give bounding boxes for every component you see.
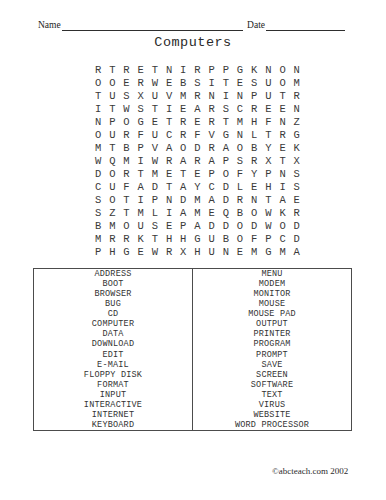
grid-cell-r9c12: Y: [247, 167, 261, 180]
grid-cell-r15c2: H: [105, 246, 119, 259]
grid-cell-r7c2: T: [105, 141, 119, 154]
grid-cell-r3c8: R: [190, 89, 204, 102]
grid-cell-r14c5: T: [148, 233, 162, 246]
word-list-item: MONITOR: [193, 289, 351, 299]
grid-cell-r10c13: H: [261, 180, 275, 193]
grid-cell-r3c11: N: [233, 89, 247, 102]
grid-cell-r13c6: E: [162, 220, 176, 233]
grid-cell-r2c6: E: [162, 76, 176, 89]
grid-cell-r14c7: H: [176, 233, 190, 246]
puzzle-title: Computers: [0, 35, 386, 50]
grid-cell-r11c2: O: [105, 193, 119, 206]
grid-cell-r10c4: A: [134, 180, 148, 193]
grid-cell-r5c6: T: [162, 115, 176, 128]
grid-cell-r3c7: M: [176, 89, 190, 102]
grid-cell-r5c12: H: [247, 115, 261, 128]
grid-cell-r6c13: T: [261, 128, 275, 141]
grid-cell-r6c15: G: [290, 128, 304, 141]
grid-cell-r12c14: K: [275, 207, 289, 220]
grid-cell-r13c1: B: [91, 220, 105, 233]
grid-cell-r12c13: W: [261, 207, 275, 220]
grid-cell-r3c14: T: [275, 89, 289, 102]
grid-cell-r12c9: E: [205, 207, 219, 220]
word-list-item: CD: [34, 309, 192, 319]
word-search-grid: RTRETNIRPPGKNONOOERWEBSITESUOMTUSXUVMRNI…: [91, 63, 304, 259]
grid-cell-r1c3: R: [119, 63, 133, 76]
grid-cell-r1c9: P: [205, 63, 219, 76]
grid-cell-r2c3: E: [119, 76, 133, 89]
grid-cell-r4c2: T: [105, 102, 119, 115]
grid-cell-r7c10: A: [219, 141, 233, 154]
word-list-item: DOWNLOAD: [34, 339, 192, 349]
grid-cell-r8c14: T: [275, 154, 289, 167]
grid-cell-r8c13: X: [261, 154, 275, 167]
grid-cell-r3c13: U: [261, 89, 275, 102]
grid-cell-r3c2: U: [105, 89, 119, 102]
grid-cell-r13c12: D: [247, 220, 261, 233]
grid-cell-r8c11: S: [233, 154, 247, 167]
grid-cell-r14c1: M: [91, 233, 105, 246]
grid-cell-r5c5: E: [148, 115, 162, 128]
grid-cell-r2c12: S: [247, 76, 261, 89]
grid-cell-r10c3: F: [119, 180, 133, 193]
grid-cell-r15c12: M: [247, 246, 261, 259]
grid-cell-r11c10: D: [219, 193, 233, 206]
grid-cell-r13c8: A: [190, 220, 204, 233]
grid-cell-r14c11: O: [233, 233, 247, 246]
grid-cell-r15c1: P: [91, 246, 105, 259]
grid-cell-r12c1: S: [91, 207, 105, 220]
word-list-right-column: MENUMODEMMONITORMOUSEMOUSE PADOUTPUTPRIN…: [193, 269, 351, 430]
grid-cell-r4c5: T: [148, 102, 162, 115]
grid-cell-r4c10: S: [219, 102, 233, 115]
grid-cell-r7c7: O: [176, 141, 190, 154]
grid-cell-r10c9: C: [205, 180, 219, 193]
grid-cell-r11c6: N: [162, 193, 176, 206]
grid-cell-r4c9: R: [205, 102, 219, 115]
word-list-item: SOFTWARE: [193, 380, 351, 390]
grid-cell-r5c13: F: [261, 115, 275, 128]
grid-cell-r14c4: K: [134, 233, 148, 246]
worksheet-page: Name Date Computers RTRETNIRPPGKNONOOERW…: [0, 0, 386, 500]
grid-cell-r12c4: M: [134, 207, 148, 220]
word-list-item: VIRUS: [193, 400, 351, 410]
grid-cell-r9c10: O: [219, 167, 233, 180]
grid-cell-r5c8: E: [190, 115, 204, 128]
grid-cell-r9c2: O: [105, 167, 119, 180]
grid-cell-r13c14: O: [275, 220, 289, 233]
grid-cell-r12c5: L: [148, 207, 162, 220]
grid-cell-r6c4: F: [134, 128, 148, 141]
grid-cell-r5c2: P: [105, 115, 119, 128]
grid-cell-r7c12: B: [247, 141, 261, 154]
grid-cell-r13c4: U: [134, 220, 148, 233]
grid-cell-r7c4: P: [134, 141, 148, 154]
grid-cell-r11c4: I: [134, 193, 148, 206]
word-list-item: INTERACTIVE: [34, 400, 192, 410]
grid-cell-r9c6: E: [162, 167, 176, 180]
grid-cell-r8c1: W: [91, 154, 105, 167]
grid-cell-r12c15: R: [290, 207, 304, 220]
grid-cell-r15c15: A: [290, 246, 304, 259]
grid-cell-r15c5: W: [148, 246, 162, 259]
grid-cell-r8c2: Q: [105, 154, 119, 167]
word-list-item: DATA: [34, 329, 192, 339]
copyright-text: ©abcteach.com 2002: [272, 466, 348, 476]
grid-cell-r2c9: I: [205, 76, 219, 89]
grid-cell-r1c8: R: [190, 63, 204, 76]
grid-cell-r6c8: F: [190, 128, 204, 141]
grid-cell-r4c7: E: [176, 102, 190, 115]
grid-cell-r15c13: G: [261, 246, 275, 259]
word-list-item: TEXT: [193, 390, 351, 400]
grid-cell-r3c10: I: [219, 89, 233, 102]
grid-cell-r1c12: K: [247, 63, 261, 76]
grid-cell-r11c13: T: [261, 193, 275, 206]
grid-cell-r6c3: R: [119, 128, 133, 141]
grid-cell-r7c13: Y: [261, 141, 275, 154]
grid-cell-r5c1: N: [91, 115, 105, 128]
grid-cell-r2c2: O: [105, 76, 119, 89]
grid-cell-r1c2: T: [105, 63, 119, 76]
grid-cell-r8c12: R: [247, 154, 261, 167]
grid-cell-r2c5: W: [148, 76, 162, 89]
word-list-item: BUG: [34, 299, 192, 309]
grid-cell-r7c9: R: [205, 141, 219, 154]
grid-cell-r8c6: R: [162, 154, 176, 167]
name-blank-line: [62, 20, 243, 31]
grid-cell-r10c14: I: [275, 180, 289, 193]
grid-cell-r3c12: P: [247, 89, 261, 102]
grid-cell-r14c9: U: [205, 233, 219, 246]
grid-cell-r4c6: I: [162, 102, 176, 115]
word-list-item: E-MAIL: [34, 360, 192, 370]
grid-cell-r6c2: U: [105, 128, 119, 141]
grid-cell-r10c7: A: [176, 180, 190, 193]
grid-cell-r5c15: Z: [290, 115, 304, 128]
grid-cell-r14c13: P: [261, 233, 275, 246]
grid-cell-r12c7: A: [176, 207, 190, 220]
grid-cell-r5c4: G: [134, 115, 148, 128]
grid-cell-r15c10: N: [219, 246, 233, 259]
word-list-item: PROGRAM: [193, 339, 351, 349]
grid-cell-r7c1: M: [91, 141, 105, 154]
word-list-left-column: ADDRESSBOOTBROWSERBUGCDCOMPUTERDATADOWNL…: [34, 269, 193, 430]
grid-cell-r13c3: O: [119, 220, 133, 233]
word-list-item: ADDRESS: [34, 269, 192, 279]
grid-cell-r12c12: O: [247, 207, 261, 220]
name-label: Name: [38, 20, 61, 31]
grid-cell-r6c10: G: [219, 128, 233, 141]
grid-cell-r13c5: S: [148, 220, 162, 233]
grid-cell-r7c14: E: [275, 141, 289, 154]
word-list-item: FLOPPY DISK: [34, 370, 192, 380]
grid-cell-r9c11: F: [233, 167, 247, 180]
grid-cell-r15c9: U: [205, 246, 219, 259]
grid-cell-r4c13: E: [261, 102, 275, 115]
grid-cell-r2c10: T: [219, 76, 233, 89]
grid-cell-r13c13: W: [261, 220, 275, 233]
grid-cell-r10c11: L: [233, 180, 247, 193]
grid-cell-r9c15: S: [290, 167, 304, 180]
grid-cell-r4c4: S: [134, 102, 148, 115]
grid-cell-r3c1: T: [91, 89, 105, 102]
grid-cell-r13c15: D: [290, 220, 304, 233]
grid-cell-r3c4: X: [134, 89, 148, 102]
grid-cell-r7c8: D: [190, 141, 204, 154]
word-list-item: INTERNET: [34, 410, 192, 420]
grid-cell-r6c5: U: [148, 128, 162, 141]
word-list-item: SCREEN: [193, 370, 351, 380]
word-list-item: BROWSER: [34, 289, 192, 299]
grid-cell-r14c15: D: [290, 233, 304, 246]
grid-cell-r11c14: A: [275, 193, 289, 206]
grid-cell-r11c1: S: [91, 193, 105, 206]
grid-cell-r12c11: B: [233, 207, 247, 220]
grid-cell-r1c15: N: [290, 63, 304, 76]
word-list-item: EDIT: [34, 350, 192, 360]
grid-cell-r9c14: N: [275, 167, 289, 180]
grid-cell-r5c9: R: [205, 115, 219, 128]
grid-cell-r2c1: O: [91, 76, 105, 89]
grid-cell-r14c8: G: [190, 233, 204, 246]
grid-cell-r11c5: P: [148, 193, 162, 206]
word-list-item: MOUSE: [193, 299, 351, 309]
word-list-item: MOUSE PAD: [193, 309, 351, 319]
grid-cell-r13c11: O: [233, 220, 247, 233]
grid-cell-r14c12: F: [247, 233, 261, 246]
grid-cell-r13c9: D: [205, 220, 219, 233]
grid-cell-r5c3: O: [119, 115, 133, 128]
grid-cell-r14c14: C: [275, 233, 289, 246]
grid-cell-r10c8: Y: [190, 180, 204, 193]
grid-cell-r1c10: P: [219, 63, 233, 76]
grid-cell-r15c14: M: [275, 246, 289, 259]
grid-cell-r2c4: R: [134, 76, 148, 89]
grid-cell-r9c1: D: [91, 167, 105, 180]
word-list-item: PRINTER: [193, 329, 351, 339]
header: Name Date: [38, 20, 345, 31]
date-label: Date: [247, 20, 265, 31]
grid-cell-r14c3: R: [119, 233, 133, 246]
grid-cell-r8c4: I: [134, 154, 148, 167]
grid-cell-r8c7: A: [176, 154, 190, 167]
word-list-item: PROMPT: [193, 350, 351, 360]
grid-cell-r15c8: H: [190, 246, 204, 259]
word-list-item: BOOT: [34, 279, 192, 289]
grid-cell-r9c4: T: [134, 167, 148, 180]
grid-cell-r6c14: R: [275, 128, 289, 141]
grid-cell-r3c6: V: [162, 89, 176, 102]
grid-cell-r15c11: E: [233, 246, 247, 259]
grid-cell-r6c6: C: [162, 128, 176, 141]
grid-cell-r11c3: T: [119, 193, 133, 206]
word-list-item: MODEM: [193, 279, 351, 289]
grid-cell-r1c11: G: [233, 63, 247, 76]
grid-cell-r8c8: R: [190, 154, 204, 167]
grid-cell-r10c1: C: [91, 180, 105, 193]
grid-cell-r2c8: S: [190, 76, 204, 89]
grid-cell-r8c3: M: [119, 154, 133, 167]
grid-cell-r6c9: V: [205, 128, 219, 141]
grid-cell-r3c3: S: [119, 89, 133, 102]
grid-cell-r12c8: M: [190, 207, 204, 220]
grid-cell-r5c10: T: [219, 115, 233, 128]
grid-cell-r14c6: H: [162, 233, 176, 246]
grid-cell-r11c15: E: [290, 193, 304, 206]
grid-cell-r15c7: X: [176, 246, 190, 259]
word-list-item: INPUT: [34, 390, 192, 400]
grid-cell-r4c1: I: [91, 102, 105, 115]
grid-cell-r15c3: G: [119, 246, 133, 259]
grid-cell-r7c3: B: [119, 141, 133, 154]
grid-cell-r5c7: R: [176, 115, 190, 128]
grid-cell-r11c8: M: [190, 193, 204, 206]
grid-cell-r7c15: K: [290, 141, 304, 154]
word-list-item: WORD PROCESSOR: [193, 420, 351, 430]
grid-cell-r5c11: M: [233, 115, 247, 128]
grid-cell-r6c12: L: [247, 128, 261, 141]
word-list-item: OUTPUT: [193, 319, 351, 329]
word-list-item: KEYBOARD: [34, 420, 192, 430]
grid-cell-r9c7: T: [176, 167, 190, 180]
grid-cell-r10c12: E: [247, 180, 261, 193]
grid-cell-r4c14: E: [275, 102, 289, 115]
grid-cell-r2c11: E: [233, 76, 247, 89]
word-list-item: FORMAT: [34, 380, 192, 390]
grid-cell-r6c7: R: [176, 128, 190, 141]
grid-cell-r4c11: C: [233, 102, 247, 115]
word-list-item: MENU: [193, 269, 351, 279]
grid-cell-r13c2: M: [105, 220, 119, 233]
grid-cell-r7c5: V: [148, 141, 162, 154]
grid-cell-r5c14: N: [275, 115, 289, 128]
grid-cell-r11c9: A: [205, 193, 219, 206]
grid-cell-r11c11: R: [233, 193, 247, 206]
grid-cell-r7c6: A: [162, 141, 176, 154]
grid-cell-r3c5: U: [148, 89, 162, 102]
grid-cell-r11c7: D: [176, 193, 190, 206]
grid-cell-r12c10: Q: [219, 207, 233, 220]
grid-cell-r6c11: N: [233, 128, 247, 141]
grid-cell-r7c11: O: [233, 141, 247, 154]
grid-cell-r4c3: W: [119, 102, 133, 115]
grid-cell-r1c13: N: [261, 63, 275, 76]
date-blank-line: [266, 20, 345, 31]
grid-cell-r12c3: T: [119, 207, 133, 220]
grid-cell-r8c5: W: [148, 154, 162, 167]
grid-cell-r1c14: O: [275, 63, 289, 76]
word-list-box: ADDRESSBOOTBROWSERBUGCDCOMPUTERDATADOWNL…: [33, 268, 352, 431]
grid-cell-r14c2: R: [105, 233, 119, 246]
grid-cell-r13c10: D: [219, 220, 233, 233]
grid-cell-r10c2: U: [105, 180, 119, 193]
grid-cell-r3c9: N: [205, 89, 219, 102]
grid-cell-r9c13: P: [261, 167, 275, 180]
grid-cell-r10c6: T: [162, 180, 176, 193]
word-list-item: COMPUTER: [34, 319, 192, 329]
grid-cell-r2c7: B: [176, 76, 190, 89]
word-list-item: WEBSITE: [193, 410, 351, 420]
grid-cell-r3c15: R: [290, 89, 304, 102]
grid-cell-r1c6: N: [162, 63, 176, 76]
grid-cell-r4c15: N: [290, 102, 304, 115]
grid-cell-r9c9: P: [205, 167, 219, 180]
grid-cell-r1c1: R: [91, 63, 105, 76]
grid-cell-r8c10: P: [219, 154, 233, 167]
word-list-item: SAVE: [193, 360, 351, 370]
grid-cell-r10c5: D: [148, 180, 162, 193]
grid-cell-r1c7: I: [176, 63, 190, 76]
grid-cell-r10c15: S: [290, 180, 304, 193]
grid-cell-r15c6: R: [162, 246, 176, 259]
grid-cell-r14c10: B: [219, 233, 233, 246]
grid-cell-r4c12: R: [247, 102, 261, 115]
grid-cell-r4c8: A: [190, 102, 204, 115]
grid-cell-r8c15: X: [290, 154, 304, 167]
grid-cell-r6c1: O: [91, 128, 105, 141]
grid-cell-r8c9: A: [205, 154, 219, 167]
grid-cell-r13c7: P: [176, 220, 190, 233]
grid-cell-r1c5: T: [148, 63, 162, 76]
grid-cell-r9c3: R: [119, 167, 133, 180]
grid-cell-r2c14: O: [275, 76, 289, 89]
grid-cell-r1c4: E: [134, 63, 148, 76]
grid-cell-r12c6: I: [162, 207, 176, 220]
grid-cell-r10c10: D: [219, 180, 233, 193]
grid-cell-r11c12: N: [247, 193, 261, 206]
grid-cell-r9c5: M: [148, 167, 162, 180]
grid-cell-r12c2: Z: [105, 207, 119, 220]
grid-cell-r9c8: E: [190, 167, 204, 180]
grid-cell-r2c13: U: [261, 76, 275, 89]
grid-cell-r2c15: M: [290, 76, 304, 89]
grid-cell-r15c4: E: [134, 246, 148, 259]
